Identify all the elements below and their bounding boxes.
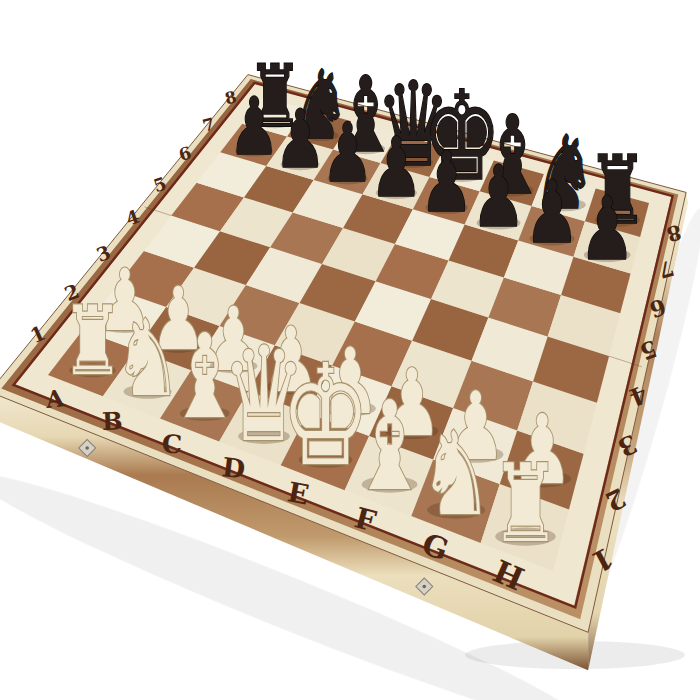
piece-black-pawn-b7: ♟ <box>274 93 326 187</box>
piece-white-knight-g1: ♞ <box>419 408 494 542</box>
chessboard-photo: ABCDEFGH1122334455667788♜♞♝♟♛♟♚♟♝♟♞♟♜♟♟♟… <box>0 0 700 700</box>
piece-white-rook-h1: ♜ <box>491 441 561 566</box>
piece-black-pawn-c7: ♟ <box>321 106 374 201</box>
piece-black-pawn-a7: ♟ <box>228 80 279 172</box>
piece-white-bishop-f1: ♝ <box>350 375 429 517</box>
piece-black-pawn-g7: ♟ <box>524 162 580 263</box>
piece-black-pawn-h7: ♟ <box>579 177 635 279</box>
piece-black-pawn-e7: ♟ <box>420 133 474 231</box>
chess-board: ABCDEFGH1122334455667788♜♞♝♟♛♟♚♟♝♟♞♟♜♟♟♟… <box>0 0 700 700</box>
piece-black-pawn-d7: ♟ <box>370 119 423 215</box>
piece-black-pawn-f7: ♟ <box>471 147 526 246</box>
